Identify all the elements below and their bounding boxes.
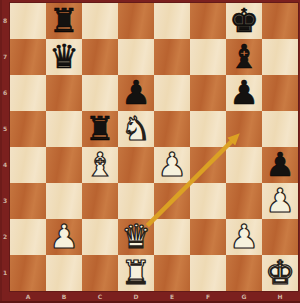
square-g8[interactable]: ♚ (226, 3, 262, 39)
square-h8[interactable] (262, 3, 298, 39)
square-a8[interactable] (10, 3, 46, 39)
square-d6[interactable]: ♟ (118, 75, 154, 111)
square-c4[interactable]: ♝ (82, 147, 118, 183)
piece-white-king-h1[interactable]: ♚ (265, 255, 295, 291)
square-e7[interactable] (154, 39, 190, 75)
square-d8[interactable] (118, 3, 154, 39)
piece-black-bishop-g7[interactable]: ♝ (229, 39, 259, 75)
square-c2[interactable] (82, 219, 118, 255)
piece-black-queen-b7[interactable]: ♛ (49, 39, 79, 75)
file-label-c: C (95, 293, 105, 300)
square-a5[interactable] (10, 111, 46, 147)
square-c8[interactable] (82, 3, 118, 39)
square-f4[interactable] (190, 147, 226, 183)
file-label-e: E (167, 293, 177, 300)
square-a1[interactable] (10, 255, 46, 291)
square-b5[interactable] (46, 111, 82, 147)
square-b3[interactable] (46, 183, 82, 219)
rank-label-1: 1 (0, 269, 10, 276)
square-g1[interactable] (226, 255, 262, 291)
square-d1[interactable]: ♜ (118, 255, 154, 291)
square-d5[interactable]: ♞ (118, 111, 154, 147)
square-f7[interactable] (190, 39, 226, 75)
square-e2[interactable] (154, 219, 190, 255)
square-f3[interactable] (190, 183, 226, 219)
rank-label-6: 6 (0, 89, 10, 96)
square-f6[interactable] (190, 75, 226, 111)
rank-label-7: 7 (0, 53, 10, 60)
file-label-d: D (131, 293, 141, 300)
square-a7[interactable] (10, 39, 46, 75)
square-e6[interactable] (154, 75, 190, 111)
square-b8[interactable]: ♜ (46, 3, 82, 39)
square-f1[interactable] (190, 255, 226, 291)
square-d3[interactable] (118, 183, 154, 219)
square-b1[interactable] (46, 255, 82, 291)
square-b7[interactable]: ♛ (46, 39, 82, 75)
piece-black-rook-b8[interactable]: ♜ (49, 3, 79, 39)
piece-black-pawn-g6[interactable]: ♟ (229, 75, 259, 111)
piece-white-bishop-c4[interactable]: ♝ (85, 147, 115, 183)
square-a2[interactable] (10, 219, 46, 255)
square-f5[interactable] (190, 111, 226, 147)
square-g3[interactable] (226, 183, 262, 219)
square-e8[interactable] (154, 3, 190, 39)
file-label-b: B (59, 293, 69, 300)
chess-board-frame: ♜♚♛♝♟♟♜♞♝♟♟♟♟♛♟♜♚ 87654321 ABCDEFGH (0, 0, 300, 303)
piece-white-pawn-e4[interactable]: ♟ (157, 147, 187, 183)
piece-white-rook-d1[interactable]: ♜ (121, 255, 151, 291)
square-c1[interactable] (82, 255, 118, 291)
piece-white-pawn-b2[interactable]: ♟ (49, 219, 79, 255)
square-c7[interactable] (82, 39, 118, 75)
square-c3[interactable] (82, 183, 118, 219)
rank-label-4: 4 (0, 161, 10, 168)
square-h6[interactable] (262, 75, 298, 111)
rank-label-2: 2 (0, 233, 10, 240)
piece-white-knight-d5[interactable]: ♞ (121, 111, 151, 147)
square-a6[interactable] (10, 75, 46, 111)
square-g5[interactable] (226, 111, 262, 147)
square-g4[interactable] (226, 147, 262, 183)
chess-board: ♜♚♛♝♟♟♜♞♝♟♟♟♟♛♟♜♚ (10, 3, 298, 291)
square-h1[interactable]: ♚ (262, 255, 298, 291)
square-h4[interactable]: ♟ (262, 147, 298, 183)
square-d7[interactable] (118, 39, 154, 75)
square-g6[interactable]: ♟ (226, 75, 262, 111)
file-label-f: F (203, 293, 213, 300)
square-f8[interactable] (190, 3, 226, 39)
piece-white-pawn-h3[interactable]: ♟ (265, 183, 295, 219)
square-a4[interactable] (10, 147, 46, 183)
square-h7[interactable] (262, 39, 298, 75)
rank-label-5: 5 (0, 125, 10, 132)
file-label-a: A (23, 293, 33, 300)
square-e5[interactable] (154, 111, 190, 147)
square-h5[interactable] (262, 111, 298, 147)
square-e4[interactable]: ♟ (154, 147, 190, 183)
piece-white-pawn-g2[interactable]: ♟ (229, 219, 259, 255)
square-d2[interactable]: ♛ (118, 219, 154, 255)
square-g7[interactable]: ♝ (226, 39, 262, 75)
piece-black-pawn-d6[interactable]: ♟ (121, 75, 151, 111)
square-d4[interactable] (118, 147, 154, 183)
square-b6[interactable] (46, 75, 82, 111)
square-g2[interactable]: ♟ (226, 219, 262, 255)
piece-black-king-g8[interactable]: ♚ (229, 3, 259, 39)
square-b4[interactable] (46, 147, 82, 183)
square-a3[interactable] (10, 183, 46, 219)
square-e1[interactable] (154, 255, 190, 291)
square-c5[interactable]: ♜ (82, 111, 118, 147)
square-h3[interactable]: ♟ (262, 183, 298, 219)
rank-label-8: 8 (0, 17, 10, 24)
square-h2[interactable] (262, 219, 298, 255)
piece-black-pawn-h4[interactable]: ♟ (265, 147, 295, 183)
square-e3[interactable] (154, 183, 190, 219)
file-label-g: G (239, 293, 249, 300)
file-label-h: H (275, 293, 285, 300)
square-f2[interactable] (190, 219, 226, 255)
rank-label-3: 3 (0, 197, 10, 204)
square-b2[interactable]: ♟ (46, 219, 82, 255)
square-c6[interactable] (82, 75, 118, 111)
piece-black-rook-c5[interactable]: ♜ (85, 111, 115, 147)
piece-white-queen-d2[interactable]: ♛ (121, 219, 151, 255)
